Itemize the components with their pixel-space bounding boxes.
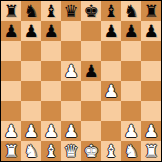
square-e3[interactable] bbox=[81, 101, 101, 121]
square-b3[interactable] bbox=[21, 101, 41, 121]
square-c5[interactable] bbox=[41, 61, 61, 81]
square-e8[interactable]: ♚ bbox=[81, 1, 101, 21]
black-pawn[interactable]: ♟ bbox=[103, 21, 118, 41]
white-pawn[interactable]: ♟ bbox=[103, 81, 118, 101]
black-pawn[interactable]: ♟ bbox=[23, 21, 38, 41]
square-e1[interactable]: ♚ bbox=[81, 141, 101, 161]
square-f3[interactable] bbox=[101, 101, 121, 121]
black-knight[interactable]: ♞ bbox=[23, 1, 38, 21]
white-king[interactable]: ♚ bbox=[83, 141, 98, 161]
square-b8[interactable]: ♞ bbox=[21, 1, 41, 21]
white-bishop[interactable]: ♝ bbox=[43, 141, 58, 161]
square-b4[interactable] bbox=[21, 81, 41, 101]
square-f2[interactable] bbox=[101, 121, 121, 141]
square-g8[interactable]: ♞ bbox=[121, 1, 141, 21]
square-c3[interactable] bbox=[41, 101, 61, 121]
square-e5[interactable]: ♟ bbox=[81, 61, 101, 81]
white-pawn[interactable]: ♟ bbox=[3, 121, 18, 141]
black-pawn[interactable]: ♟ bbox=[83, 61, 98, 81]
square-g6[interactable] bbox=[121, 41, 141, 61]
white-bishop[interactable]: ♝ bbox=[103, 141, 118, 161]
white-knight[interactable]: ♞ bbox=[123, 141, 138, 161]
square-f8[interactable]: ♝ bbox=[101, 1, 121, 21]
square-c2[interactable]: ♟ bbox=[41, 121, 61, 141]
square-h6[interactable] bbox=[141, 41, 161, 61]
black-pawn[interactable]: ♟ bbox=[143, 21, 158, 41]
square-d2[interactable]: ♟ bbox=[61, 121, 81, 141]
square-h7[interactable]: ♟ bbox=[141, 21, 161, 41]
square-d5[interactable]: ♟ bbox=[61, 61, 81, 81]
white-pawn[interactable]: ♟ bbox=[63, 121, 78, 141]
square-h5[interactable] bbox=[141, 61, 161, 81]
square-e7[interactable] bbox=[81, 21, 101, 41]
chess-board-frame: ♜♞♝♛♚♝♞♜♟♟♟♟♟♟♟♟♟♟♟♟♟♟♟♜♞♝♛♚♝♞♜ bbox=[0, 0, 162, 162]
black-pawn[interactable]: ♟ bbox=[123, 21, 138, 41]
square-e6[interactable] bbox=[81, 41, 101, 61]
chess-board: ♜♞♝♛♚♝♞♜♟♟♟♟♟♟♟♟♟♟♟♟♟♟♟♜♞♝♛♚♝♞♜ bbox=[1, 1, 161, 161]
square-e2[interactable] bbox=[81, 121, 101, 141]
black-queen[interactable]: ♛ bbox=[63, 1, 78, 21]
white-pawn[interactable]: ♟ bbox=[123, 121, 138, 141]
square-g5[interactable] bbox=[121, 61, 141, 81]
square-a4[interactable] bbox=[1, 81, 21, 101]
square-a8[interactable]: ♜ bbox=[1, 1, 21, 21]
square-b7[interactable]: ♟ bbox=[21, 21, 41, 41]
square-h2[interactable]: ♟ bbox=[141, 121, 161, 141]
white-rook[interactable]: ♜ bbox=[143, 141, 158, 161]
white-pawn[interactable]: ♟ bbox=[43, 121, 58, 141]
square-d8[interactable]: ♛ bbox=[61, 1, 81, 21]
square-c4[interactable] bbox=[41, 81, 61, 101]
square-h1[interactable]: ♜ bbox=[141, 141, 161, 161]
black-rook[interactable]: ♜ bbox=[143, 1, 158, 21]
square-g4[interactable] bbox=[121, 81, 141, 101]
square-d6[interactable] bbox=[61, 41, 81, 61]
square-b2[interactable]: ♟ bbox=[21, 121, 41, 141]
square-f6[interactable] bbox=[101, 41, 121, 61]
square-f4[interactable]: ♟ bbox=[101, 81, 121, 101]
square-b5[interactable] bbox=[21, 61, 41, 81]
black-king[interactable]: ♚ bbox=[83, 1, 98, 21]
black-pawn[interactable]: ♟ bbox=[43, 21, 58, 41]
square-c1[interactable]: ♝ bbox=[41, 141, 61, 161]
white-pawn[interactable]: ♟ bbox=[143, 121, 158, 141]
white-pawn[interactable]: ♟ bbox=[23, 121, 38, 141]
square-h4[interactable] bbox=[141, 81, 161, 101]
square-d7[interactable] bbox=[61, 21, 81, 41]
square-d4[interactable] bbox=[61, 81, 81, 101]
square-a6[interactable] bbox=[1, 41, 21, 61]
white-knight[interactable]: ♞ bbox=[23, 141, 38, 161]
square-g2[interactable]: ♟ bbox=[121, 121, 141, 141]
white-queen[interactable]: ♛ bbox=[63, 141, 78, 161]
square-a5[interactable] bbox=[1, 61, 21, 81]
white-rook[interactable]: ♜ bbox=[3, 141, 18, 161]
black-knight[interactable]: ♞ bbox=[123, 1, 138, 21]
square-a2[interactable]: ♟ bbox=[1, 121, 21, 141]
square-b1[interactable]: ♞ bbox=[21, 141, 41, 161]
black-rook[interactable]: ♜ bbox=[3, 1, 18, 21]
square-g3[interactable] bbox=[121, 101, 141, 121]
square-d1[interactable]: ♛ bbox=[61, 141, 81, 161]
square-h8[interactable]: ♜ bbox=[141, 1, 161, 21]
square-a3[interactable] bbox=[1, 101, 21, 121]
square-f7[interactable]: ♟ bbox=[101, 21, 121, 41]
square-h3[interactable] bbox=[141, 101, 161, 121]
square-f1[interactable]: ♝ bbox=[101, 141, 121, 161]
square-g1[interactable]: ♞ bbox=[121, 141, 141, 161]
square-a7[interactable]: ♟ bbox=[1, 21, 21, 41]
square-c7[interactable]: ♟ bbox=[41, 21, 61, 41]
square-d3[interactable] bbox=[61, 101, 81, 121]
black-bishop[interactable]: ♝ bbox=[43, 1, 58, 21]
square-e4[interactable] bbox=[81, 81, 101, 101]
square-g7[interactable]: ♟ bbox=[121, 21, 141, 41]
black-pawn[interactable]: ♟ bbox=[3, 21, 18, 41]
square-a1[interactable]: ♜ bbox=[1, 141, 21, 161]
square-c8[interactable]: ♝ bbox=[41, 1, 61, 21]
square-b6[interactable] bbox=[21, 41, 41, 61]
square-f5[interactable] bbox=[101, 61, 121, 81]
square-c6[interactable] bbox=[41, 41, 61, 61]
black-bishop[interactable]: ♝ bbox=[103, 1, 118, 21]
white-pawn[interactable]: ♟ bbox=[63, 61, 78, 81]
